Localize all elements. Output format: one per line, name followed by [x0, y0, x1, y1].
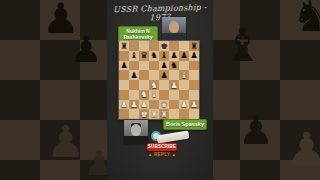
black-player-name-line2: Rashkovsky — [119, 34, 157, 40]
square-e6: ♟ — [159, 61, 169, 71]
square-f4: ♟ — [169, 80, 179, 90]
face-shape — [169, 21, 179, 33]
black-pawn: ♟ — [160, 71, 168, 80]
white-bishop: ♝ — [180, 71, 188, 80]
square-f6: ♞ — [169, 61, 179, 71]
square-h7: ♟ — [189, 51, 199, 61]
black-pawn: ♟ — [180, 51, 188, 60]
square-b2: ♟ — [129, 100, 139, 110]
square-f5 — [169, 70, 179, 80]
white-pawn: ♟ — [170, 81, 178, 90]
square-b7: ♝ — [129, 51, 139, 61]
square-e5: ♟ — [159, 70, 169, 80]
chess-board: ♜♚♜♝♛♞♝♟♟♟♟♟♞♟♟♝♞♟♞♝♟♟♟♛♟♟♚♜♜ — [119, 41, 199, 119]
black-knight: ♞ — [150, 51, 158, 60]
event-title: USSR Championship - 1973 — [107, 3, 213, 24]
suit-shape — [124, 136, 148, 144]
square-c7: ♛ — [139, 51, 149, 61]
white-player-name: Boris Spassky — [166, 121, 204, 127]
square-f1 — [169, 109, 179, 119]
black-rook: ♜ — [120, 42, 128, 51]
black-pawn: ♟ — [130, 71, 138, 80]
white-rook: ♜ — [150, 110, 158, 119]
subscribe-button[interactable]: SUBSCRIBE — [147, 143, 177, 151]
square-h6 — [189, 61, 199, 71]
white-pawn: ♟ — [120, 100, 128, 109]
video-frame: ♟♟♝♞♟♟♟♟ USSR Championship - 1973 Nukhim… — [0, 0, 320, 180]
white-king: ♚ — [140, 110, 148, 119]
square-h5 — [189, 70, 199, 80]
square-b4 — [129, 80, 139, 90]
white-pawn: ♟ — [130, 100, 138, 109]
white-pawn: ♟ — [190, 100, 198, 109]
square-h4 — [189, 80, 199, 90]
square-a4 — [119, 80, 129, 90]
square-g5: ♝ — [179, 70, 189, 80]
square-d6 — [149, 61, 159, 71]
square-e2: ♛ — [159, 100, 169, 110]
square-h1 — [189, 109, 199, 119]
white-player-photo — [124, 120, 148, 144]
face-shape — [131, 124, 141, 136]
video-center-strip: USSR Championship - 1973 Nukhim N Rashko… — [107, 0, 213, 180]
black-player-photo — [162, 17, 186, 41]
white-queen: ♛ — [160, 100, 168, 109]
white-rook: ♜ — [160, 110, 168, 119]
square-b5: ♟ — [129, 70, 139, 80]
black-knight: ♞ — [170, 61, 178, 70]
square-e1: ♜ — [159, 109, 169, 119]
square-c2: ♟ — [139, 100, 149, 110]
square-g4 — [179, 80, 189, 90]
black-pawn: ♟ — [120, 61, 128, 70]
square-a6: ♟ — [119, 61, 129, 71]
black-pawn: ♟ — [190, 51, 198, 60]
black-pawn: ♟ — [160, 61, 168, 70]
suit-shape — [162, 33, 186, 41]
white-knight: ♞ — [150, 81, 158, 90]
white-pawn: ♟ — [140, 100, 148, 109]
white-bishop: ♝ — [150, 90, 158, 99]
square-e4 — [159, 80, 169, 90]
square-c6 — [139, 61, 149, 71]
square-c5 — [139, 70, 149, 80]
square-g7: ♟ — [179, 51, 189, 61]
square-a5 — [119, 70, 129, 80]
square-d5 — [149, 70, 159, 80]
square-c1: ♚ — [139, 109, 149, 119]
square-h2: ♟ — [189, 100, 199, 110]
square-d7: ♞ — [149, 51, 159, 61]
black-king: ♚ — [160, 42, 168, 51]
square-a8: ♜ — [119, 41, 129, 51]
white-pawn: ♟ — [180, 100, 188, 109]
square-d3: ♝ — [149, 90, 159, 100]
square-f2 — [169, 100, 179, 110]
black-bishop: ♝ — [160, 51, 168, 60]
black-player-badge: Nukhim N Rashkovsky — [118, 26, 158, 42]
black-bishop: ♝ — [130, 51, 138, 60]
black-queen: ♛ — [140, 51, 148, 60]
white-knight: ♞ — [140, 90, 148, 99]
white-player-badge: Boris Spassky — [163, 119, 207, 130]
square-d1: ♜ — [149, 109, 159, 119]
square-g6 — [179, 61, 189, 71]
square-a1 — [119, 109, 129, 119]
reply-label: ▲ REPLY ▲ — [137, 152, 187, 157]
subscribe-3d-graphic — [157, 131, 190, 144]
square-b1 — [129, 109, 139, 119]
square-g1 — [179, 109, 189, 119]
square-d2 — [149, 100, 159, 110]
square-b6 — [129, 61, 139, 71]
square-f3 — [169, 90, 179, 100]
square-g2: ♟ — [179, 100, 189, 110]
black-rook: ♜ — [190, 42, 198, 51]
square-a2: ♟ — [119, 100, 129, 110]
black-pawn: ♟ — [170, 51, 178, 60]
